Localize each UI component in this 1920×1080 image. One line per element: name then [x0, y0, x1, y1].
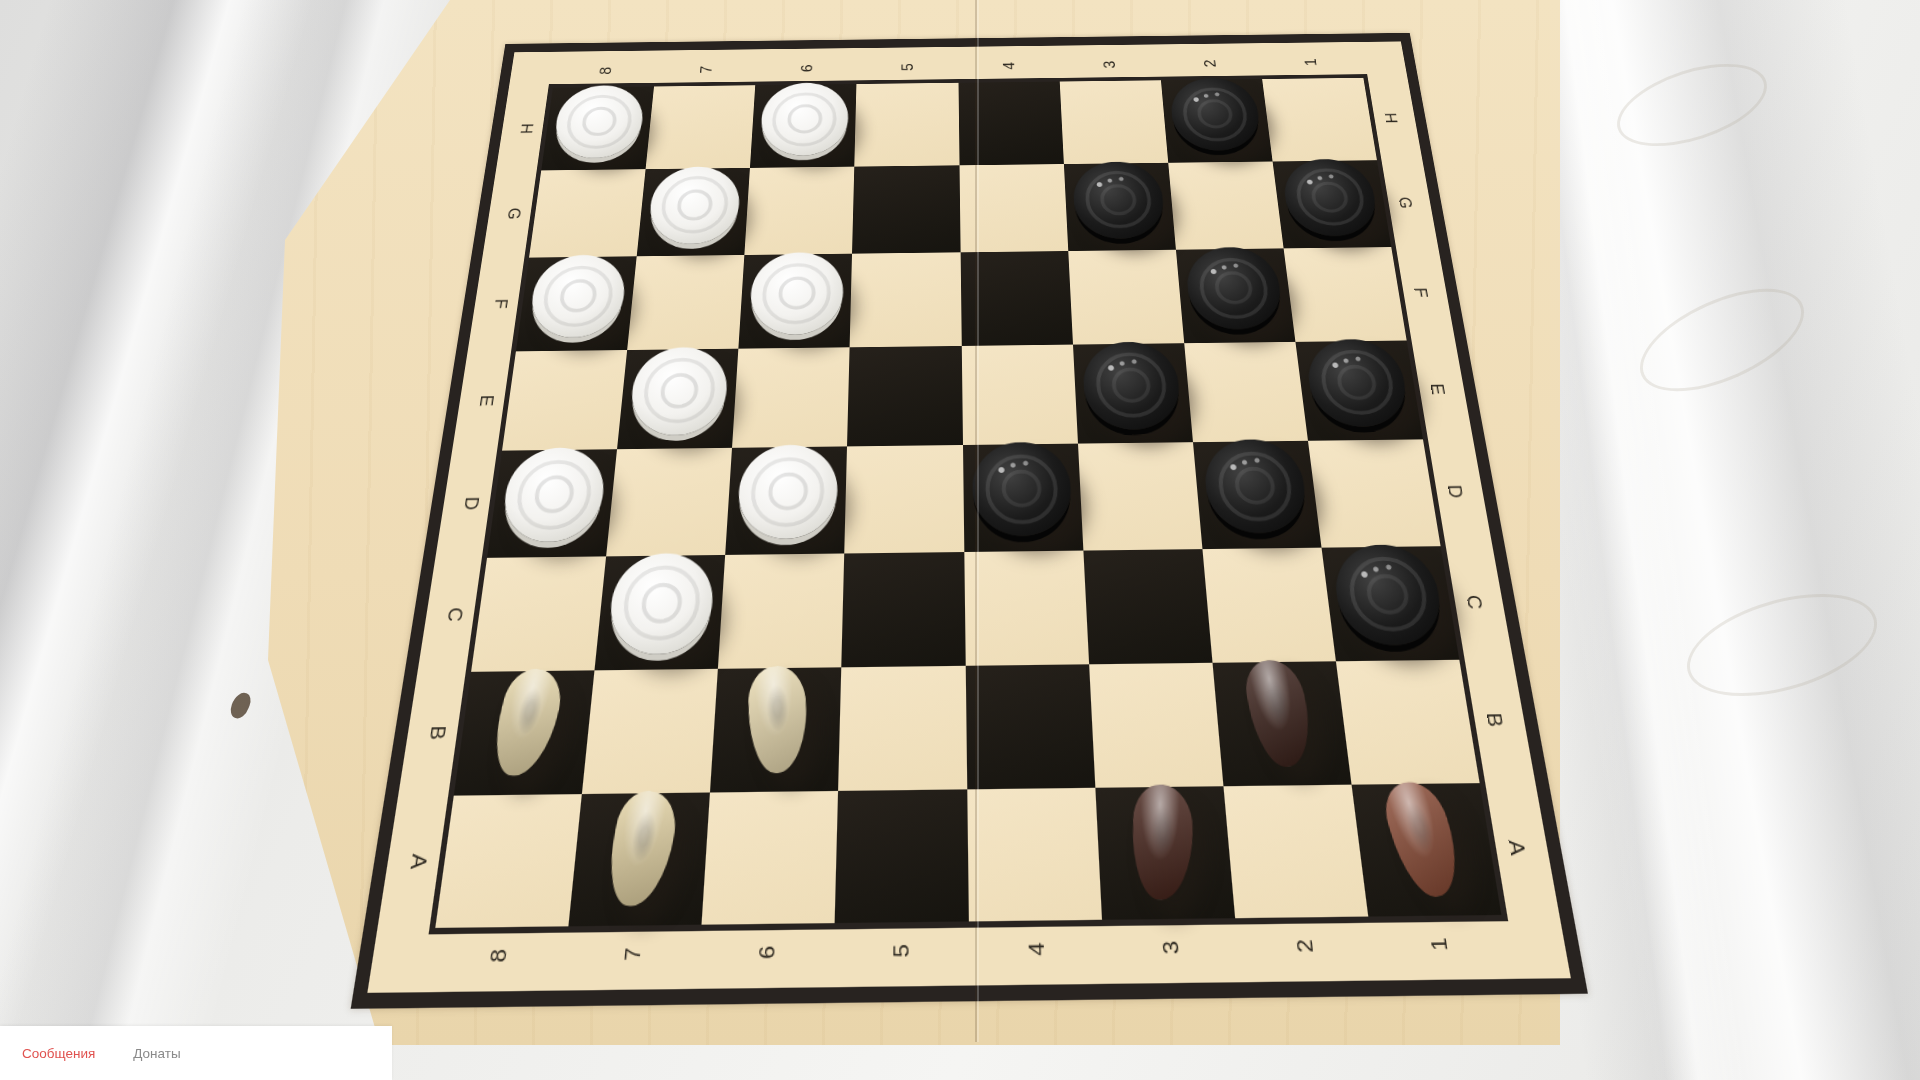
- square-e4[interactable]: [961, 344, 1077, 445]
- stream-widget-tabs: Сообщения Донаты: [0, 1046, 181, 1061]
- checker-white-c7[interactable]: [606, 553, 716, 655]
- checker-black-e3[interactable]: [1081, 341, 1182, 430]
- square-f1[interactable]: [1283, 247, 1406, 341]
- square-a2[interactable]: [1223, 784, 1368, 918]
- checker-white-d6[interactable]: [736, 445, 838, 540]
- square-h8[interactable]: [541, 86, 654, 170]
- square-e7[interactable]: [617, 348, 738, 449]
- square-h4[interactable]: [958, 82, 1063, 165]
- pawn-light-wood-a7[interactable]: [601, 788, 681, 910]
- square-e2[interactable]: [1184, 341, 1308, 442]
- square-c1[interactable]: [1321, 546, 1459, 662]
- square-g4[interactable]: [959, 164, 1068, 253]
- square-g1[interactable]: [1272, 160, 1391, 249]
- square-h3[interactable]: [1059, 80, 1168, 163]
- square-h1[interactable]: [1262, 78, 1377, 161]
- checker-white-h6[interactable]: [759, 83, 848, 156]
- checker-white-d8[interactable]: [499, 448, 608, 543]
- square-a5[interactable]: [835, 789, 968, 923]
- pawn-dark-wood-a3[interactable]: [1132, 782, 1194, 902]
- checker-white-f6[interactable]: [748, 252, 843, 335]
- square-f4[interactable]: [960, 251, 1072, 345]
- square-a1[interactable]: [1351, 783, 1501, 917]
- square-b6[interactable]: [710, 667, 841, 792]
- square-f2[interactable]: [1176, 248, 1296, 342]
- pawn-red-wood-a1[interactable]: [1378, 777, 1471, 903]
- square-c3[interactable]: [1083, 549, 1212, 665]
- square-h6[interactable]: [750, 84, 857, 167]
- pawn-light-wood-b6[interactable]: [747, 664, 809, 777]
- checkers-board: 87654321 87654321 HGFEDCBA HGFEDCBA: [351, 33, 1588, 1009]
- square-c6[interactable]: [718, 553, 844, 669]
- checker-white-h8[interactable]: [551, 85, 646, 158]
- checker-black-d2[interactable]: [1202, 439, 1310, 534]
- square-e5[interactable]: [847, 345, 962, 446]
- square-f8[interactable]: [516, 256, 637, 351]
- checker-white-g7[interactable]: [647, 166, 742, 244]
- tab-messages[interactable]: Сообщения: [22, 1046, 95, 1061]
- square-e8[interactable]: [502, 350, 627, 451]
- square-g7[interactable]: [637, 167, 750, 256]
- checker-black-f2[interactable]: [1184, 247, 1285, 330]
- square-b7[interactable]: [582, 669, 718, 794]
- square-b5[interactable]: [838, 666, 966, 791]
- square-e3[interactable]: [1073, 343, 1193, 444]
- square-c2[interactable]: [1202, 547, 1336, 663]
- fabric-swirl-mark: [1625, 268, 1818, 413]
- square-a8[interactable]: [435, 793, 582, 927]
- fabric-swirl-mark: [1675, 575, 1888, 716]
- square-a7[interactable]: [569, 792, 711, 926]
- square-g5[interactable]: [852, 165, 960, 254]
- square-e6[interactable]: [732, 347, 850, 448]
- board-frame: 87654321 87654321 HGFEDCBA HGFEDCBA: [351, 33, 1588, 1009]
- checker-white-e7[interactable]: [628, 347, 730, 436]
- square-f3[interactable]: [1068, 250, 1184, 344]
- tab-donations[interactable]: Донаты: [133, 1046, 180, 1061]
- checker-black-g3[interactable]: [1072, 161, 1166, 239]
- square-b3[interactable]: [1089, 663, 1223, 787]
- square-g3[interactable]: [1064, 162, 1176, 251]
- square-a3[interactable]: [1095, 786, 1235, 920]
- square-d6[interactable]: [725, 446, 847, 554]
- square-d2[interactable]: [1193, 441, 1322, 549]
- square-g2[interactable]: [1168, 161, 1284, 250]
- square-d5[interactable]: [845, 445, 964, 553]
- square-h7[interactable]: [646, 85, 756, 169]
- square-f7[interactable]: [627, 255, 744, 350]
- fabric-swirl-mark: [1607, 48, 1777, 163]
- square-h2[interactable]: [1161, 79, 1273, 162]
- checker-black-h2[interactable]: [1169, 78, 1263, 151]
- checker-white-f8[interactable]: [527, 255, 629, 338]
- square-g8[interactable]: [529, 169, 646, 258]
- square-e1[interactable]: [1295, 340, 1423, 441]
- square-c4[interactable]: [964, 550, 1089, 666]
- square-f5[interactable]: [850, 252, 961, 347]
- stream-widget-panel: Сообщения Донаты: [0, 1026, 392, 1080]
- square-g6[interactable]: [745, 166, 855, 255]
- checker-black-e1[interactable]: [1304, 339, 1412, 427]
- board-grid: [435, 78, 1501, 928]
- pawn-light-wood-b8[interactable]: [485, 666, 567, 780]
- square-d1[interactable]: [1308, 439, 1441, 547]
- square-d4[interactable]: [963, 444, 1083, 552]
- square-a4[interactable]: [967, 787, 1102, 921]
- dark-mark-on-fabric: [228, 690, 253, 721]
- checker-black-c1[interactable]: [1331, 544, 1447, 645]
- square-h5[interactable]: [855, 83, 959, 166]
- square-d7[interactable]: [606, 448, 732, 556]
- square-b2[interactable]: [1212, 661, 1351, 785]
- pawn-dark-wood-b2[interactable]: [1241, 657, 1320, 771]
- square-b1[interactable]: [1336, 660, 1480, 784]
- square-c7[interactable]: [595, 554, 726, 670]
- checker-black-d4[interactable]: [972, 442, 1073, 537]
- square-d3[interactable]: [1078, 442, 1203, 550]
- square-c8[interactable]: [471, 556, 606, 672]
- square-a6[interactable]: [702, 790, 839, 924]
- square-d8[interactable]: [487, 449, 617, 557]
- square-b8[interactable]: [454, 670, 595, 795]
- square-f6[interactable]: [739, 254, 853, 349]
- square-b4[interactable]: [965, 664, 1095, 788]
- square-c5[interactable]: [842, 552, 966, 668]
- checker-black-g1[interactable]: [1281, 159, 1381, 237]
